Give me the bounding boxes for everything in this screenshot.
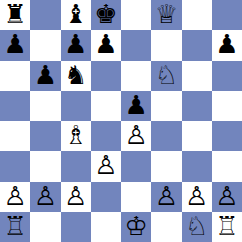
square-h6[interactable] bbox=[212, 61, 242, 91]
square-h8[interactable] bbox=[212, 0, 242, 30]
square-f2[interactable]: ♙ bbox=[151, 182, 181, 212]
square-c1[interactable] bbox=[61, 212, 91, 242]
square-c5[interactable] bbox=[61, 91, 91, 121]
square-e7[interactable] bbox=[121, 30, 151, 60]
square-f5[interactable] bbox=[151, 91, 181, 121]
square-b2[interactable]: ♙ bbox=[30, 182, 60, 212]
square-b1[interactable] bbox=[30, 212, 60, 242]
piece-white-pawn[interactable]: ♙ bbox=[3, 183, 26, 209]
square-a3[interactable] bbox=[0, 151, 30, 181]
square-f7[interactable] bbox=[151, 30, 181, 60]
piece-black-pawn[interactable]: ♟ bbox=[124, 92, 147, 118]
piece-black-pawn[interactable]: ♟ bbox=[3, 31, 26, 57]
square-g4[interactable] bbox=[182, 121, 212, 151]
square-g2[interactable]: ♙ bbox=[182, 182, 212, 212]
square-c4[interactable]: ♗ bbox=[61, 121, 91, 151]
square-c6[interactable]: ♞ bbox=[61, 61, 91, 91]
board-wrap: ♜♝♚♕♟♟♟♟♟♞♘♟♗♙♙♙♙♙♙♙♙♖♔♘♖ bbox=[0, 0, 242, 242]
piece-black-rook[interactable]: ♜ bbox=[3, 1, 26, 27]
square-a2[interactable]: ♙ bbox=[0, 182, 30, 212]
piece-white-pawn[interactable]: ♙ bbox=[155, 183, 178, 209]
square-h2[interactable]: ♙ bbox=[212, 182, 242, 212]
piece-black-pawn[interactable]: ♟ bbox=[94, 31, 117, 57]
square-f3[interactable] bbox=[151, 151, 181, 181]
square-d2[interactable] bbox=[91, 182, 121, 212]
piece-white-knight[interactable]: ♘ bbox=[155, 62, 178, 88]
piece-white-bishop[interactable]: ♗ bbox=[64, 122, 87, 148]
square-f6[interactable]: ♘ bbox=[151, 61, 181, 91]
square-d7[interactable]: ♟ bbox=[91, 30, 121, 60]
square-e8[interactable] bbox=[121, 0, 151, 30]
piece-white-pawn[interactable]: ♙ bbox=[64, 183, 87, 209]
square-b8[interactable] bbox=[30, 0, 60, 30]
square-g8[interactable] bbox=[182, 0, 212, 30]
square-b3[interactable] bbox=[30, 151, 60, 181]
piece-white-pawn[interactable]: ♙ bbox=[34, 183, 57, 209]
square-e3[interactable] bbox=[121, 151, 151, 181]
piece-white-pawn[interactable]: ♙ bbox=[124, 122, 147, 148]
square-f4[interactable] bbox=[151, 121, 181, 151]
square-e4[interactable]: ♙ bbox=[121, 121, 151, 151]
square-d4[interactable] bbox=[91, 121, 121, 151]
square-a8[interactable]: ♜ bbox=[0, 0, 30, 30]
square-c2[interactable]: ♙ bbox=[61, 182, 91, 212]
square-e5[interactable]: ♟ bbox=[121, 91, 151, 121]
square-d8[interactable]: ♚ bbox=[91, 0, 121, 30]
piece-white-knight[interactable]: ♘ bbox=[185, 213, 208, 239]
square-d1[interactable] bbox=[91, 212, 121, 242]
piece-white-pawn[interactable]: ♙ bbox=[215, 183, 238, 209]
piece-white-rook[interactable]: ♖ bbox=[215, 213, 238, 239]
square-g1[interactable]: ♘ bbox=[182, 212, 212, 242]
square-g3[interactable] bbox=[182, 151, 212, 181]
square-a1[interactable]: ♖ bbox=[0, 212, 30, 242]
square-d6[interactable] bbox=[91, 61, 121, 91]
piece-black-pawn[interactable]: ♟ bbox=[64, 31, 87, 57]
square-b4[interactable] bbox=[30, 121, 60, 151]
piece-white-king[interactable]: ♔ bbox=[124, 213, 147, 239]
square-g7[interactable] bbox=[182, 30, 212, 60]
square-a7[interactable]: ♟ bbox=[0, 30, 30, 60]
piece-black-bishop[interactable]: ♝ bbox=[64, 1, 87, 27]
piece-black-pawn[interactable]: ♟ bbox=[215, 31, 238, 57]
piece-white-pawn[interactable]: ♙ bbox=[185, 183, 208, 209]
square-b5[interactable] bbox=[30, 91, 60, 121]
chess-board: ♜♝♚♕♟♟♟♟♟♞♘♟♗♙♙♙♙♙♙♙♙♖♔♘♖ bbox=[0, 0, 242, 242]
square-h4[interactable] bbox=[212, 121, 242, 151]
square-b6[interactable]: ♟ bbox=[30, 61, 60, 91]
square-c7[interactable]: ♟ bbox=[61, 30, 91, 60]
square-a4[interactable] bbox=[0, 121, 30, 151]
piece-white-pawn[interactable]: ♙ bbox=[94, 152, 117, 178]
square-g6[interactable] bbox=[182, 61, 212, 91]
square-h1[interactable]: ♖ bbox=[212, 212, 242, 242]
square-d3[interactable]: ♙ bbox=[91, 151, 121, 181]
piece-white-rook[interactable]: ♖ bbox=[3, 213, 26, 239]
square-e6[interactable] bbox=[121, 61, 151, 91]
square-a6[interactable] bbox=[0, 61, 30, 91]
square-a5[interactable] bbox=[0, 91, 30, 121]
square-h7[interactable]: ♟ bbox=[212, 30, 242, 60]
square-c8[interactable]: ♝ bbox=[61, 0, 91, 30]
square-c3[interactable] bbox=[61, 151, 91, 181]
square-h3[interactable] bbox=[212, 151, 242, 181]
square-e2[interactable] bbox=[121, 182, 151, 212]
piece-black-pawn[interactable]: ♟ bbox=[34, 62, 57, 88]
square-h5[interactable] bbox=[212, 91, 242, 121]
square-b7[interactable] bbox=[30, 30, 60, 60]
piece-white-queen[interactable]: ♕ bbox=[155, 1, 178, 27]
square-e1[interactable]: ♔ bbox=[121, 212, 151, 242]
square-f1[interactable] bbox=[151, 212, 181, 242]
square-d5[interactable] bbox=[91, 91, 121, 121]
piece-black-king[interactable]: ♚ bbox=[94, 1, 117, 27]
square-f8[interactable]: ♕ bbox=[151, 0, 181, 30]
square-g5[interactable] bbox=[182, 91, 212, 121]
piece-black-knight[interactable]: ♞ bbox=[64, 62, 87, 88]
